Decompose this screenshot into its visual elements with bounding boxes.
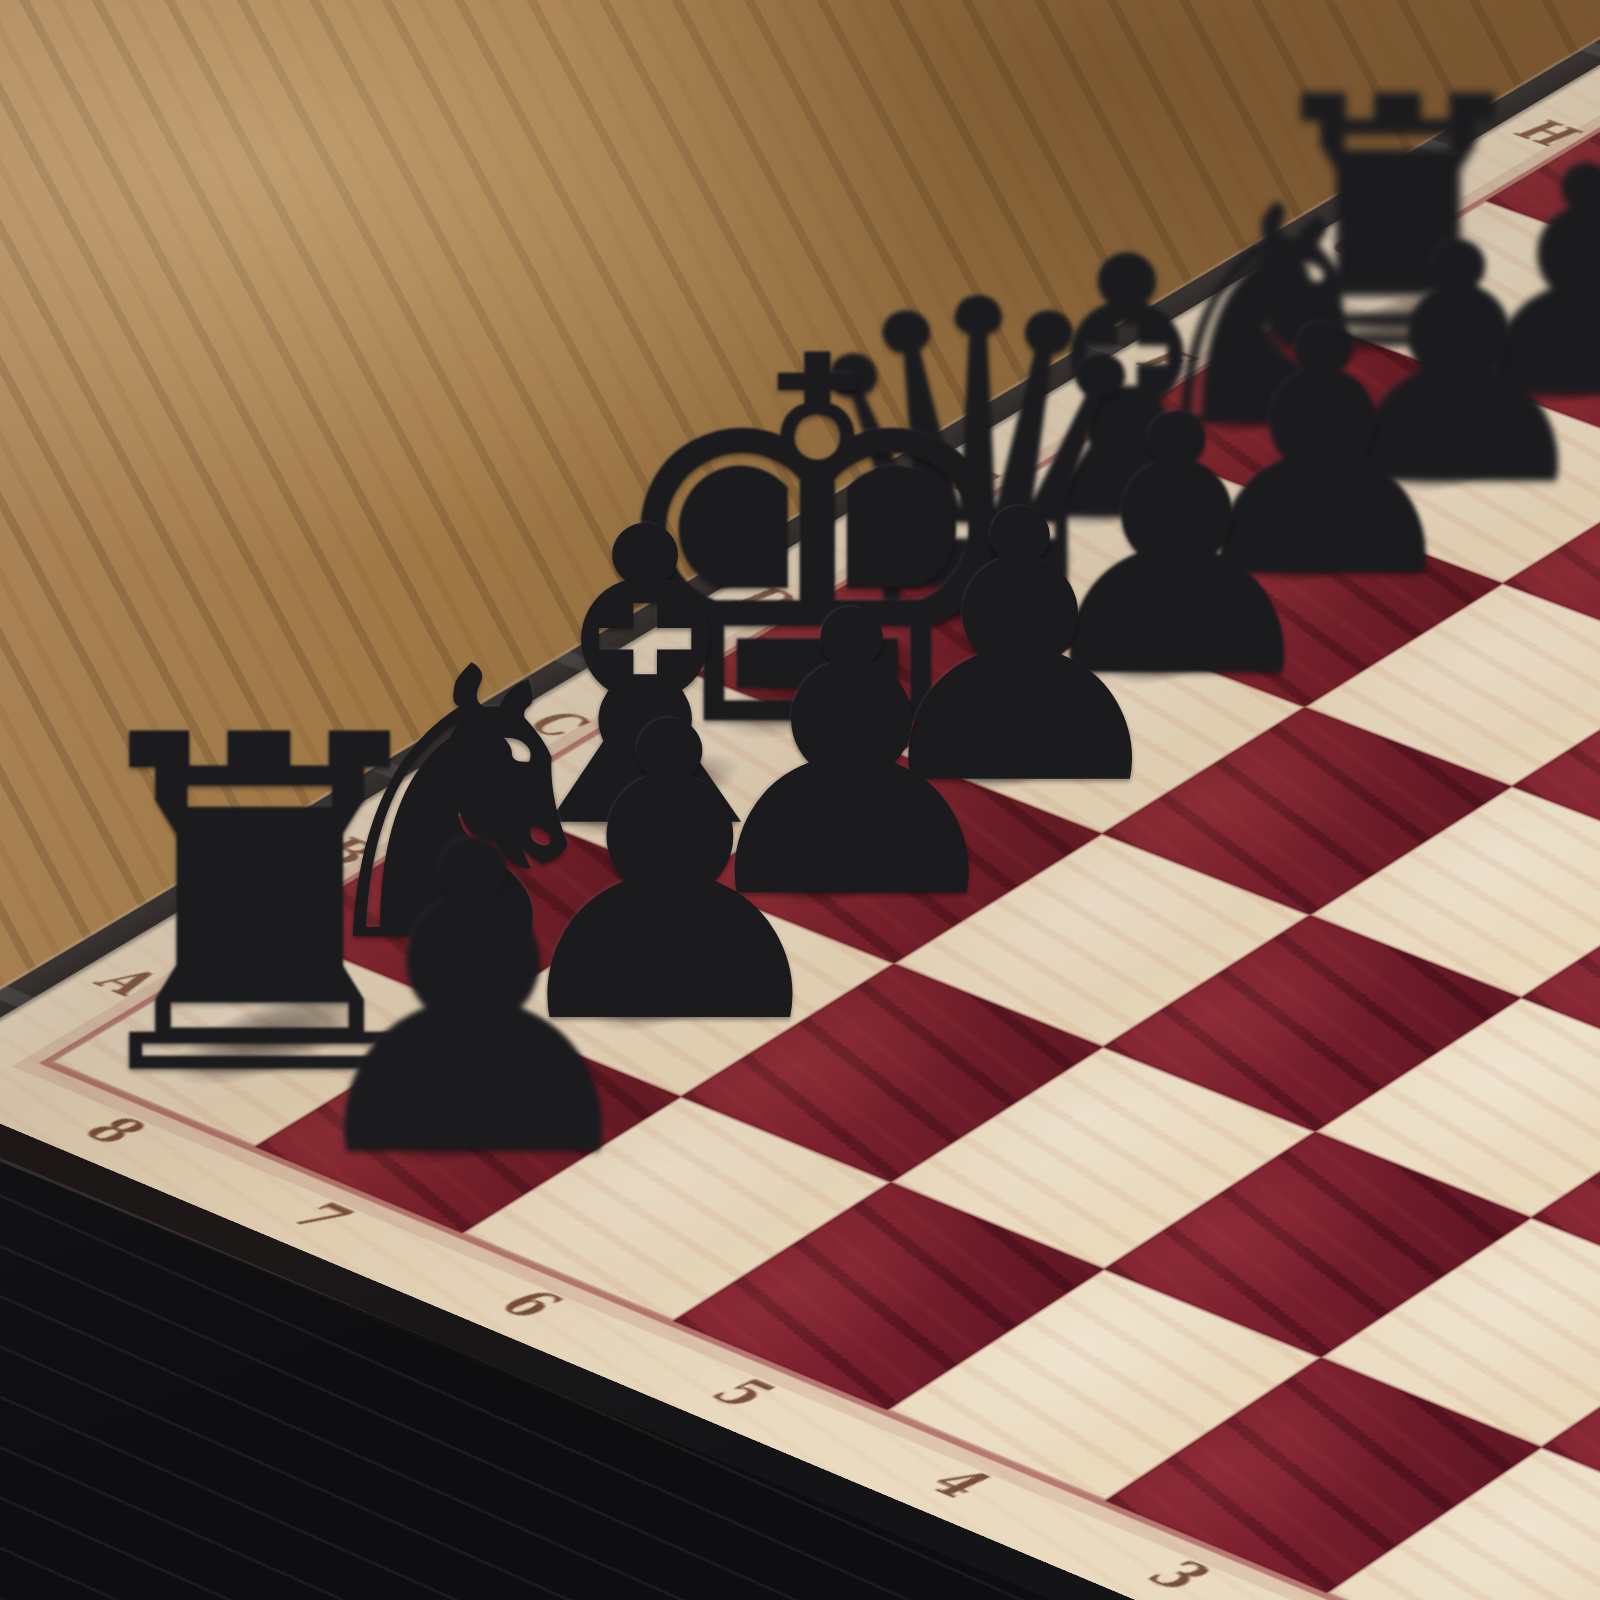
file-label-g: G <box>1318 226 1393 263</box>
rank-label-5: 5 <box>701 1370 778 1413</box>
file-label-c: C <box>516 703 593 742</box>
rank-label-6: 6 <box>488 1281 565 1323</box>
file-label-e: E <box>928 460 1001 497</box>
rank-label-4: 4 <box>917 1460 995 1504</box>
file-label-d: D <box>723 579 802 619</box>
file-label-b: B <box>302 829 382 870</box>
rank-label-3: 3 <box>1137 1551 1215 1595</box>
file-label-h: H <box>1505 113 1583 150</box>
rank-label-7: 7 <box>279 1194 356 1235</box>
file-label-a: A <box>85 960 164 1001</box>
scene: ABCDEFGH87654321 ♜♟♞♟♝♟♛♟♚♟♝♟♞♟♜♟ <box>0 0 1600 1600</box>
rank-label-8: 8 <box>73 1108 150 1149</box>
file-label-f: F <box>1127 342 1197 377</box>
